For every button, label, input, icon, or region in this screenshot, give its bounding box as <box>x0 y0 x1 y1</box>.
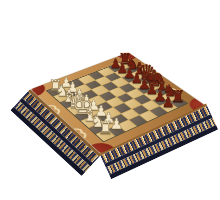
piece-wR-h1[interactable]: ♜ <box>98 120 114 137</box>
piece-bP-h7[interactable]: ♟ <box>162 95 175 109</box>
chess-set-photo: ♜♟♟♜♞♟♟♞♝♟♟♝♛♟♟♛♚♟♟♚♝♟♟♝♞♟♟♞♜♟♟♜ <box>0 0 220 200</box>
